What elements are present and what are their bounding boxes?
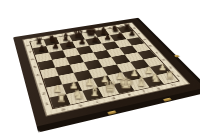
board-border: abcdefgh abcdefgh 87654321 87654321 ♜♞♝♛… <box>22 22 190 116</box>
rank-label: 6 <box>143 38 147 40</box>
brass-latch-icon <box>107 110 116 114</box>
black-pawn[interactable]: ♟ <box>30 45 53 53</box>
white-rook[interactable]: ♜ <box>47 93 75 104</box>
file-label: a <box>61 107 66 111</box>
board-grid: ♜♞♝♛♚♝♞♜♟♟♟♟♟♟♟♟♟♟♟♟♟♟♟♟♜♞♝♛♚♝♞♜ <box>30 26 178 108</box>
file-label: e <box>127 93 132 97</box>
rank-label: 3 <box>161 58 166 61</box>
square-b5[interactable] <box>52 57 70 67</box>
rank-label: 4 <box>155 51 159 54</box>
chessboard: abcdefgh abcdefgh 87654321 87654321 ♜♞♝♛… <box>13 18 200 133</box>
rank-label: 6 <box>31 58 35 61</box>
file-label: h <box>171 83 176 86</box>
brass-latch-icon <box>163 97 172 101</box>
file-label: d <box>111 96 116 100</box>
square-c5[interactable] <box>66 55 84 65</box>
file-label: c <box>95 100 99 104</box>
rank-label: 5 <box>33 66 37 69</box>
file-label: b <box>78 103 83 107</box>
product-photo-background: abcdefgh abcdefgh 87654321 87654321 ♜♞♝♛… <box>0 0 200 136</box>
brass-knob-icon <box>174 55 180 58</box>
rank-label: 5 <box>148 45 152 47</box>
file-label: g <box>156 86 161 90</box>
file-label: f <box>142 90 146 93</box>
rank-label: 3 <box>38 82 42 85</box>
rank-label: 4 <box>36 74 40 77</box>
